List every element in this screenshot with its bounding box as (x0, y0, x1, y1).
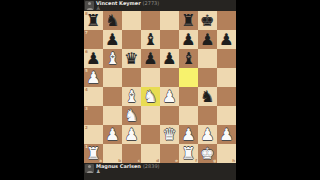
white-r-piece-f1[interactable]: ♜ (181, 144, 195, 163)
black-b-piece-f6[interactable]: ♝ (181, 49, 195, 68)
file-label-b: b (118, 159, 121, 163)
square-a8[interactable]: ♜8 (84, 11, 103, 30)
white-p-piece-b2[interactable]: ♟ (105, 125, 119, 144)
square-h6[interactable] (217, 49, 236, 68)
square-g2[interactable]: ♟ (198, 125, 217, 144)
square-e1[interactable]: e (160, 144, 179, 163)
white-p-piece-c2[interactable]: ♟ (124, 125, 138, 144)
square-e8[interactable] (160, 11, 179, 30)
square-b7[interactable]: ♟ (103, 30, 122, 49)
square-d1[interactable]: d (141, 144, 160, 163)
square-a1[interactable]: ♜1a (84, 144, 103, 163)
black-n-piece-g4[interactable]: ♞ (200, 87, 214, 106)
avatar-bottom[interactable] (85, 164, 94, 173)
square-b5[interactable] (103, 68, 122, 87)
square-f5[interactable] (179, 68, 198, 87)
square-h7[interactable]: ♟ (217, 30, 236, 49)
white-b-piece-c4[interactable]: ♝ (124, 87, 138, 106)
black-k-piece-g8[interactable]: ♚ (200, 11, 214, 30)
square-h1[interactable]: h (217, 144, 236, 163)
white-b-piece-b6[interactable]: ♝ (105, 49, 119, 68)
chess-board: ♜8♞♜♚7♟♝♟♟♟♟6♝♛♟♟♝♟54♝♞♟♞3♞2♟♟♛♟♟♟♜1abcd… (84, 11, 236, 163)
square-c4[interactable]: ♝ (122, 87, 141, 106)
square-c1[interactable]: c (122, 144, 141, 163)
square-g1[interactable]: ♚g (198, 144, 217, 163)
square-a6[interactable]: ♟6 (84, 49, 103, 68)
square-a4[interactable]: 4 (84, 87, 103, 106)
black-p-piece-a6[interactable]: ♟ (86, 49, 100, 68)
white-q-piece-e2[interactable]: ♛ (162, 125, 176, 144)
square-h8[interactable] (217, 11, 236, 30)
square-c7[interactable] (122, 30, 141, 49)
rank-label-8: 8 (85, 12, 88, 16)
black-r-piece-f8[interactable]: ♜ (181, 11, 195, 30)
square-e6[interactable]: ♟ (160, 49, 179, 68)
black-p-piece-e6[interactable]: ♟ (162, 49, 176, 68)
black-b-piece-d7[interactable]: ♝ (143, 30, 157, 49)
black-p-piece-h7[interactable]: ♟ (219, 30, 233, 49)
avatar-top[interactable] (85, 1, 94, 10)
white-p-piece-e4[interactable]: ♟ (162, 87, 176, 106)
square-g4[interactable]: ♞ (198, 87, 217, 106)
square-f6[interactable]: ♝ (179, 49, 198, 68)
square-a5[interactable]: ♟5 (84, 68, 103, 87)
player-bar-bottom: Magnus Carlsen(2839) ♟ (84, 163, 236, 180)
player-bar-top: Vincent Keymer(2773) ♙ (84, 0, 236, 11)
white-p-piece-f2[interactable]: ♟ (181, 125, 195, 144)
rank-label-6: 6 (85, 50, 88, 54)
white-p-piece-a5[interactable]: ♟ (86, 68, 100, 87)
square-d8[interactable] (141, 11, 160, 30)
white-p-piece-h2[interactable]: ♟ (219, 125, 233, 144)
square-h2[interactable]: ♟ (217, 125, 236, 144)
square-c2[interactable]: ♟ (122, 125, 141, 144)
square-b1[interactable]: b (103, 144, 122, 163)
square-f4[interactable] (179, 87, 198, 106)
file-label-c: c (138, 159, 140, 163)
square-d2[interactable] (141, 125, 160, 144)
square-f8[interactable]: ♜ (179, 11, 198, 30)
black-p-piece-g7[interactable]: ♟ (200, 30, 214, 49)
square-g6[interactable] (198, 49, 217, 68)
square-a2[interactable]: 2 (84, 125, 103, 144)
square-a7[interactable]: 7 (84, 30, 103, 49)
square-b3[interactable] (103, 106, 122, 125)
square-e7[interactable] (160, 30, 179, 49)
rank-label-1: 1 (85, 145, 88, 149)
square-c8[interactable] (122, 11, 141, 30)
file-label-h: h (232, 159, 235, 163)
square-c3[interactable]: ♞ (122, 106, 141, 125)
square-f1[interactable]: ♜f (179, 144, 198, 163)
square-e5[interactable] (160, 68, 179, 87)
square-d5[interactable] (141, 68, 160, 87)
square-a3[interactable]: 3 (84, 106, 103, 125)
square-c5[interactable] (122, 68, 141, 87)
rank-label-5: 5 (85, 69, 88, 73)
rank-label-7: 7 (85, 31, 88, 35)
square-b8[interactable]: ♞ (103, 11, 122, 30)
square-d4[interactable]: ♞ (141, 87, 160, 106)
black-p-piece-f7[interactable]: ♟ (181, 30, 195, 49)
game-panel: Vincent Keymer(2773) ♙ ♜8♞♜♚7♟♝♟♟♟♟6♝♛♟♟… (84, 0, 236, 180)
square-h5[interactable] (217, 68, 236, 87)
square-e3[interactable] (160, 106, 179, 125)
black-r-piece-a8[interactable]: ♜ (86, 11, 100, 30)
rank-label-2: 2 (85, 126, 88, 130)
white-n-piece-c3[interactable]: ♞ (124, 106, 138, 125)
rank-label-3: 3 (85, 107, 88, 111)
file-label-d: d (156, 159, 159, 163)
square-f3[interactable] (179, 106, 198, 125)
square-d3[interactable] (141, 106, 160, 125)
video-frame: Vincent Keymer(2773) ♙ ♜8♞♜♚7♟♝♟♟♟♟6♝♛♟♟… (0, 0, 320, 180)
file-label-g: g (213, 159, 216, 163)
white-n-piece-d4[interactable]: ♞ (143, 87, 157, 106)
square-h4[interactable] (217, 87, 236, 106)
white-p-piece-g2[interactable]: ♟ (200, 125, 214, 144)
square-c6[interactable]: ♛ (122, 49, 141, 68)
square-g5[interactable] (198, 68, 217, 87)
square-g8[interactable]: ♚ (198, 11, 217, 30)
square-e4[interactable]: ♟ (160, 87, 179, 106)
square-h3[interactable] (217, 106, 236, 125)
file-label-f: f (195, 159, 197, 163)
square-d7[interactable]: ♝ (141, 30, 160, 49)
black-n-piece-b8[interactable]: ♞ (105, 11, 119, 30)
file-label-a: a (99, 159, 102, 163)
captured-pieces-bottom: ♟ (96, 169, 160, 174)
rank-label-4: 4 (85, 88, 88, 92)
square-f2[interactable]: ♟ (179, 125, 198, 144)
square-b2[interactable]: ♟ (103, 125, 122, 144)
black-q-piece-c6[interactable]: ♛ (124, 49, 138, 68)
square-g3[interactable] (198, 106, 217, 125)
square-e2[interactable]: ♛ (160, 125, 179, 144)
square-b4[interactable] (103, 87, 122, 106)
square-g7[interactable]: ♟ (198, 30, 217, 49)
file-label-e: e (175, 159, 178, 163)
square-d6[interactable]: ♟ (141, 49, 160, 68)
black-p-piece-d6[interactable]: ♟ (143, 49, 157, 68)
square-b6[interactable]: ♝ (103, 49, 122, 68)
square-f7[interactable]: ♟ (179, 30, 198, 49)
black-p-piece-b7[interactable]: ♟ (105, 30, 119, 49)
